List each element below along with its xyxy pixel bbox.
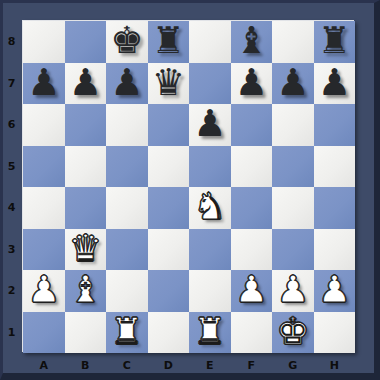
piece-black-king[interactable]: ♚	[110, 20, 143, 61]
piece-black-queen[interactable]: ♛	[152, 62, 185, 103]
piece-black-pawn[interactable]: ♟	[193, 103, 226, 144]
piece-white-pawn[interactable]: ♟	[276, 269, 309, 310]
board: ♚♜♝♜♟♟♟♛♟♟♟♟♞♛♟♝♟♟♟♜♜♚	[23, 21, 355, 353]
square-c6[interactable]	[106, 104, 148, 146]
square-d1[interactable]	[148, 312, 190, 354]
piece-white-pawn[interactable]: ♟	[27, 269, 60, 310]
rank-label-5: 5	[8, 146, 16, 188]
piece-black-bishop[interactable]: ♝	[235, 20, 268, 61]
square-b7[interactable]: ♟	[65, 63, 107, 105]
rank-label-7: 7	[8, 63, 16, 105]
file-label-e: E	[189, 359, 231, 372]
square-b8[interactable]	[65, 21, 107, 63]
square-c8[interactable]: ♚	[106, 21, 148, 63]
rank-label-2: 2	[8, 270, 16, 312]
square-h6[interactable]	[314, 104, 356, 146]
rank-label-4: 4	[8, 187, 16, 229]
piece-black-pawn[interactable]: ♟	[235, 62, 268, 103]
piece-white-bishop[interactable]: ♝	[69, 269, 102, 310]
square-e7[interactable]	[189, 63, 231, 105]
piece-black-pawn[interactable]: ♟	[69, 62, 102, 103]
piece-white-pawn[interactable]: ♟	[235, 269, 268, 310]
square-b6[interactable]	[65, 104, 107, 146]
square-h7[interactable]: ♟	[314, 63, 356, 105]
piece-white-queen[interactable]: ♛	[69, 228, 102, 269]
square-f7[interactable]: ♟	[231, 63, 273, 105]
square-f4[interactable]	[231, 187, 273, 229]
square-h3[interactable]	[314, 229, 356, 271]
file-label-h: H	[314, 359, 356, 372]
square-f3[interactable]	[231, 229, 273, 271]
square-a4[interactable]	[23, 187, 65, 229]
square-h8[interactable]: ♜	[314, 21, 356, 63]
square-f6[interactable]	[231, 104, 273, 146]
piece-black-rook[interactable]: ♜	[318, 20, 351, 61]
piece-white-king[interactable]: ♚	[276, 311, 309, 352]
square-a8[interactable]	[23, 21, 65, 63]
file-label-c: C	[106, 359, 148, 372]
file-labels: ABCDEFGH	[23, 355, 355, 375]
square-d2[interactable]	[148, 270, 190, 312]
square-g5[interactable]	[272, 146, 314, 188]
square-e5[interactable]	[189, 146, 231, 188]
file-label-b: B	[65, 359, 107, 372]
square-a6[interactable]	[23, 104, 65, 146]
rank-label-8: 8	[8, 21, 16, 63]
square-d7[interactable]: ♛	[148, 63, 190, 105]
square-e6[interactable]: ♟	[189, 104, 231, 146]
square-e2[interactable]	[189, 270, 231, 312]
square-g8[interactable]	[272, 21, 314, 63]
square-f1[interactable]	[231, 312, 273, 354]
square-d6[interactable]	[148, 104, 190, 146]
square-c3[interactable]	[106, 229, 148, 271]
square-h1[interactable]	[314, 312, 356, 354]
square-e4[interactable]: ♞	[189, 187, 231, 229]
square-a2[interactable]: ♟	[23, 270, 65, 312]
square-e1[interactable]: ♜	[189, 312, 231, 354]
square-f2[interactable]: ♟	[231, 270, 273, 312]
square-a3[interactable]	[23, 229, 65, 271]
square-b4[interactable]	[65, 187, 107, 229]
square-b2[interactable]: ♝	[65, 270, 107, 312]
square-a5[interactable]	[23, 146, 65, 188]
square-c1[interactable]: ♜	[106, 312, 148, 354]
square-g3[interactable]	[272, 229, 314, 271]
square-g1[interactable]: ♚	[272, 312, 314, 354]
square-b1[interactable]	[65, 312, 107, 354]
square-a1[interactable]	[23, 312, 65, 354]
piece-white-knight[interactable]: ♞	[193, 186, 226, 227]
square-g7[interactable]: ♟	[272, 63, 314, 105]
square-f5[interactable]	[231, 146, 273, 188]
square-c7[interactable]: ♟	[106, 63, 148, 105]
rank-labels: 87654321	[0, 21, 23, 353]
file-label-g: G	[272, 359, 314, 372]
square-e3[interactable]	[189, 229, 231, 271]
square-h2[interactable]: ♟	[314, 270, 356, 312]
piece-white-rook[interactable]: ♜	[110, 311, 143, 352]
square-h5[interactable]	[314, 146, 356, 188]
square-b5[interactable]	[65, 146, 107, 188]
piece-white-rook[interactable]: ♜	[193, 311, 226, 352]
square-c4[interactable]	[106, 187, 148, 229]
piece-black-pawn[interactable]: ♟	[110, 62, 143, 103]
file-label-d: D	[148, 359, 190, 372]
square-g2[interactable]: ♟	[272, 270, 314, 312]
square-g6[interactable]	[272, 104, 314, 146]
square-c5[interactable]	[106, 146, 148, 188]
square-d8[interactable]: ♜	[148, 21, 190, 63]
rank-label-6: 6	[8, 104, 16, 146]
square-f8[interactable]: ♝	[231, 21, 273, 63]
piece-black-pawn[interactable]: ♟	[276, 62, 309, 103]
square-d3[interactable]	[148, 229, 190, 271]
square-h4[interactable]	[314, 187, 356, 229]
piece-black-rook[interactable]: ♜	[152, 20, 185, 61]
square-c2[interactable]	[106, 270, 148, 312]
square-a7[interactable]: ♟	[23, 63, 65, 105]
piece-black-pawn[interactable]: ♟	[318, 62, 351, 103]
square-g4[interactable]	[272, 187, 314, 229]
square-d4[interactable]	[148, 187, 190, 229]
rank-label-1: 1	[8, 312, 16, 354]
piece-black-pawn[interactable]: ♟	[27, 62, 60, 103]
file-label-a: A	[23, 359, 65, 372]
square-e8[interactable]	[189, 21, 231, 63]
piece-white-pawn[interactable]: ♟	[318, 269, 351, 310]
file-label-f: F	[231, 359, 273, 372]
square-d5[interactable]	[148, 146, 190, 188]
rank-label-3: 3	[8, 229, 16, 271]
square-b3[interactable]: ♛	[65, 229, 107, 271]
